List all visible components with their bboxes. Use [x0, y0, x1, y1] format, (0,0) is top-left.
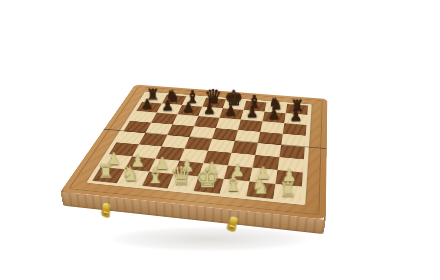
square-g2: ♟: [250, 168, 278, 184]
square-c1: ♝: [142, 172, 174, 189]
square-f4: [231, 141, 257, 155]
square-h1: ♜: [273, 184, 301, 202]
piece-black-rook: ♜: [145, 87, 159, 102]
square-f1: ♝: [220, 179, 250, 196]
square-h3: [278, 157, 304, 172]
piece-black-king: ♚: [224, 88, 243, 109]
square-g1: ♞: [246, 182, 275, 200]
piece-black-knight: ♞: [165, 88, 179, 104]
square-e4: [208, 139, 235, 153]
square-d8: ♛: [202, 98, 226, 109]
chess-board-grid: ♜♞♝♛♚♝♞♜♟♟♟♟♟♟♟♟♟♟♟♟♟♟♟♟♜♞♝♛♚♝♞♜: [92, 93, 308, 202]
square-g4: [255, 143, 281, 157]
square-h4: [279, 145, 304, 159]
square-d3: [179, 149, 208, 164]
square-a4: [116, 131, 145, 144]
brass-clasp-1: [101, 202, 111, 217]
square-g7: ♟: [262, 112, 285, 124]
piece-black-rook: ♜: [290, 98, 304, 114]
piece-black-bishop: ♝: [185, 88, 200, 105]
square-f3: [228, 153, 255, 168]
piece-white-knight: ♞: [121, 163, 139, 183]
square-b3: [132, 144, 161, 158]
chess-board-box: ♜♞♝♛♚♝♞♜♟♟♟♟♟♟♟♟♟♟♟♟♟♟♟♟♜♞♝♛♚♝♞♜: [61, 84, 328, 219]
maple-apron: ♜♞♝♛♚♝♞♜♟♟♟♟♟♟♟♟♟♟♟♟♟♟♟♟♜♞♝♛♚♝♞♜: [86, 92, 311, 206]
chess-set-photo: ♜♞♝♛♚♝♞♜♟♟♟♟♟♟♟♟♟♟♟♟♟♟♟♟♜♞♝♛♚♝♞♜: [0, 0, 440, 280]
piece-white-pawn: ♟: [106, 151, 121, 167]
square-b4: [139, 133, 167, 146]
square-h6: [283, 123, 307, 135]
piece-black-bishop: ♝: [246, 93, 262, 110]
piece-black-knight: ♞: [268, 95, 283, 112]
square-g8: ♞: [265, 102, 288, 113]
piece-black-queen: ♛: [204, 87, 222, 107]
piece-white-pawn: ♟: [255, 165, 270, 182]
